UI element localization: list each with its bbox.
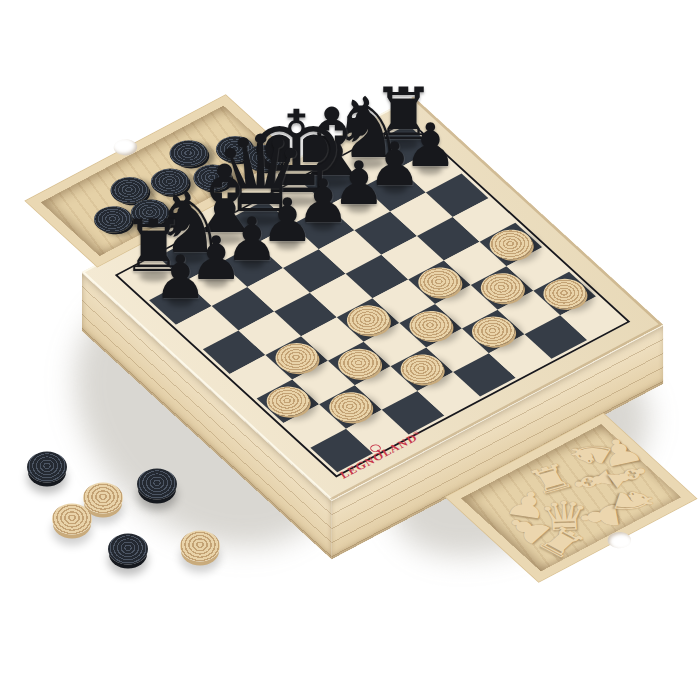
product-photo-scene: ♞♟♜♝♛♟♝♟♜♞♟ LEGNOLAND® ♜♞♝♛♚♝♞♜♟♟♟♟♟♟♟♟ xyxy=(0,0,700,700)
loose-checker-dark-1[interactable] xyxy=(137,469,177,500)
loose-checker-dark-2[interactable] xyxy=(108,534,148,565)
loose-checker-dark-0[interactable] xyxy=(27,452,67,483)
loose-checker-light-5[interactable] xyxy=(180,531,220,562)
loose-checker-light-4[interactable] xyxy=(52,504,92,535)
loose-checkers-layer xyxy=(0,0,700,700)
loose-checker-light-3[interactable] xyxy=(83,483,123,514)
